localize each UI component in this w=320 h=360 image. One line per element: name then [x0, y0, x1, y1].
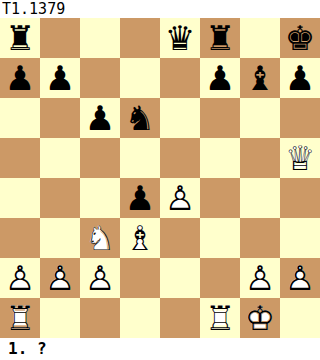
square-h4[interactable]	[280, 178, 320, 218]
square-g5[interactable]	[240, 138, 280, 178]
square-d2[interactable]	[120, 258, 160, 298]
square-d4[interactable]: ♟	[120, 178, 160, 218]
piece-white-pawn: ♟♙	[80, 258, 120, 298]
chess-puzzle-app: T1.1379 ♜♛♜♚♟♟♟♝♟♟♞♛♕♟♟♙♞♘♝♗♟♙♟♙♟♙♟♙♟♙♜♖…	[0, 0, 320, 360]
piece-outline-glyph: ♙	[0, 258, 40, 298]
piece-outline-glyph: ♙	[80, 258, 120, 298]
piece-black-queen: ♛	[160, 18, 200, 58]
square-f8[interactable]: ♜	[200, 18, 240, 58]
square-f5[interactable]	[200, 138, 240, 178]
square-c2[interactable]: ♟♙	[80, 258, 120, 298]
piece-fill-glyph: ♟	[40, 58, 80, 98]
square-a4[interactable]	[0, 178, 40, 218]
square-c3[interactable]: ♞♘	[80, 218, 120, 258]
piece-outline-glyph: ♙	[240, 258, 280, 298]
square-h6[interactable]	[280, 98, 320, 138]
piece-white-rook: ♜♖	[200, 298, 240, 338]
square-b2[interactable]: ♟♙	[40, 258, 80, 298]
piece-outline-glyph: ♙	[280, 258, 320, 298]
square-c8[interactable]	[80, 18, 120, 58]
piece-black-pawn: ♟	[200, 58, 240, 98]
piece-outline-glyph: ♖	[200, 298, 240, 338]
square-g3[interactable]	[240, 218, 280, 258]
square-a5[interactable]	[0, 138, 40, 178]
piece-fill-glyph: ♚	[280, 18, 320, 58]
piece-black-pawn: ♟	[0, 58, 40, 98]
square-e6[interactable]	[160, 98, 200, 138]
square-a1[interactable]: ♜♖	[0, 298, 40, 338]
square-h1[interactable]	[280, 298, 320, 338]
square-e2[interactable]	[160, 258, 200, 298]
piece-black-rook: ♜	[0, 18, 40, 58]
square-c1[interactable]	[80, 298, 120, 338]
piece-black-bishop: ♝	[240, 58, 280, 98]
piece-white-bishop: ♝♗	[120, 218, 160, 258]
piece-outline-glyph: ♕	[280, 138, 320, 178]
chess-board: ♜♛♜♚♟♟♟♝♟♟♞♛♕♟♟♙♞♘♝♗♟♙♟♙♟♙♟♙♟♙♜♖♜♖♚♔	[0, 18, 320, 338]
piece-white-king: ♚♔	[240, 298, 280, 338]
square-f1[interactable]: ♜♖	[200, 298, 240, 338]
piece-fill-glyph: ♝	[240, 58, 280, 98]
piece-outline-glyph: ♗	[120, 218, 160, 258]
piece-outline-glyph: ♙	[40, 258, 80, 298]
piece-white-pawn: ♟♙	[240, 258, 280, 298]
square-a6[interactable]	[0, 98, 40, 138]
square-h8[interactable]: ♚	[280, 18, 320, 58]
piece-fill-glyph: ♟	[200, 58, 240, 98]
piece-fill-glyph: ♟	[120, 178, 160, 218]
piece-white-pawn: ♟♙	[160, 178, 200, 218]
piece-black-knight: ♞	[120, 98, 160, 138]
square-d8[interactable]	[120, 18, 160, 58]
square-f6[interactable]	[200, 98, 240, 138]
square-d6[interactable]: ♞	[120, 98, 160, 138]
square-c4[interactable]	[80, 178, 120, 218]
piece-white-pawn: ♟♙	[280, 258, 320, 298]
square-b8[interactable]	[40, 18, 80, 58]
piece-fill-glyph: ♟	[280, 58, 320, 98]
square-g6[interactable]	[240, 98, 280, 138]
square-f7[interactable]: ♟	[200, 58, 240, 98]
piece-fill-glyph: ♛	[160, 18, 200, 58]
square-c5[interactable]	[80, 138, 120, 178]
square-e8[interactable]: ♛	[160, 18, 200, 58]
piece-black-pawn: ♟	[80, 98, 120, 138]
piece-fill-glyph: ♜	[0, 18, 40, 58]
piece-black-pawn: ♟	[40, 58, 80, 98]
square-d1[interactable]	[120, 298, 160, 338]
square-b3[interactable]	[40, 218, 80, 258]
piece-black-king: ♚	[280, 18, 320, 58]
square-e7[interactable]	[160, 58, 200, 98]
square-b4[interactable]	[40, 178, 80, 218]
piece-black-pawn: ♟	[280, 58, 320, 98]
square-a7[interactable]: ♟	[0, 58, 40, 98]
piece-outline-glyph: ♖	[0, 298, 40, 338]
square-h7[interactable]: ♟	[280, 58, 320, 98]
square-d7[interactable]	[120, 58, 160, 98]
square-c6[interactable]: ♟	[80, 98, 120, 138]
piece-white-rook: ♜♖	[0, 298, 40, 338]
square-g1[interactable]: ♚♔	[240, 298, 280, 338]
square-e4[interactable]: ♟♙	[160, 178, 200, 218]
square-a3[interactable]	[0, 218, 40, 258]
square-f2[interactable]	[200, 258, 240, 298]
square-e5[interactable]	[160, 138, 200, 178]
piece-fill-glyph: ♟	[80, 98, 120, 138]
puzzle-id: T1.1379	[0, 0, 320, 18]
square-g2[interactable]: ♟♙	[240, 258, 280, 298]
square-g8[interactable]	[240, 18, 280, 58]
square-h5[interactable]: ♛♕	[280, 138, 320, 178]
square-f3[interactable]	[200, 218, 240, 258]
square-h3[interactable]	[280, 218, 320, 258]
square-b1[interactable]	[40, 298, 80, 338]
piece-black-rook: ♜	[200, 18, 240, 58]
square-h2[interactable]: ♟♙	[280, 258, 320, 298]
square-g4[interactable]	[240, 178, 280, 218]
square-d3[interactable]: ♝♗	[120, 218, 160, 258]
piece-white-queen: ♛♕	[280, 138, 320, 178]
move-prompt: 1. ?	[0, 338, 320, 360]
piece-outline-glyph: ♘	[80, 218, 120, 258]
piece-white-pawn: ♟♙	[40, 258, 80, 298]
piece-outline-glyph: ♙	[160, 178, 200, 218]
piece-white-knight: ♞♘	[80, 218, 120, 258]
square-b7[interactable]: ♟	[40, 58, 80, 98]
square-b5[interactable]	[40, 138, 80, 178]
piece-black-pawn: ♟	[120, 178, 160, 218]
square-b6[interactable]	[40, 98, 80, 138]
square-d5[interactable]	[120, 138, 160, 178]
square-c7[interactable]	[80, 58, 120, 98]
piece-outline-glyph: ♔	[240, 298, 280, 338]
square-e1[interactable]	[160, 298, 200, 338]
square-f4[interactable]	[200, 178, 240, 218]
square-a8[interactable]: ♜	[0, 18, 40, 58]
piece-fill-glyph: ♜	[200, 18, 240, 58]
piece-white-pawn: ♟♙	[0, 258, 40, 298]
piece-fill-glyph: ♟	[0, 58, 40, 98]
square-e3[interactable]	[160, 218, 200, 258]
square-a2[interactable]: ♟♙	[0, 258, 40, 298]
square-g7[interactable]: ♝	[240, 58, 280, 98]
piece-fill-glyph: ♞	[120, 98, 160, 138]
